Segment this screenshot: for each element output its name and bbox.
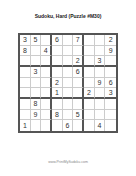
sudoku-cell-r1c3: [41, 35, 52, 46]
sudoku-cell-r7c3: [41, 99, 52, 110]
sudoku-cell-r2c9: 9: [105, 46, 116, 57]
sudoku-cell-r4c5: [63, 67, 74, 78]
sudoku-cell-r9c1: 1: [20, 120, 31, 131]
sudoku-cell-r7c7: [84, 99, 95, 110]
sudoku-cell-r2c8: [95, 46, 106, 57]
sudoku-cell-r1c1: 3: [20, 35, 31, 46]
sudoku-cell-r8c4: 8: [52, 110, 63, 121]
sudoku-board: 3567284923362961238985164: [18, 33, 118, 133]
sudoku-cell-r3c8: 3: [95, 56, 106, 67]
sudoku-cell-r5c8: 9: [95, 78, 106, 89]
sudoku-cell-r5c7: [84, 78, 95, 89]
sudoku-cell-r8c6: 5: [73, 110, 84, 121]
sudoku-cell-r4c6: 6: [73, 67, 84, 78]
sudoku-cell-r9c4: [52, 120, 63, 131]
sudoku-cell-r6c5: [63, 88, 74, 99]
sudoku-cell-r1c6: 7: [73, 35, 84, 46]
sudoku-cell-r4c8: [95, 67, 106, 78]
sudoku-cell-r6c3: [41, 88, 52, 99]
puzzle-title: Sudoku, Hard (Puzzle #M30): [0, 12, 136, 20]
sudoku-cell-r7c9: [105, 99, 116, 110]
sudoku-cell-r6c4: 1: [52, 88, 63, 99]
sudoku-cell-r4c7: [84, 67, 95, 78]
sudoku-cell-r2c3: 4: [41, 46, 52, 57]
sudoku-cell-r5c9: 6: [105, 78, 116, 89]
sudoku-cell-r8c3: [41, 110, 52, 121]
sudoku-cell-r2c4: [52, 46, 63, 57]
sudoku-cell-r6c8: [95, 88, 106, 99]
sudoku-cell-r1c9: 2: [105, 35, 116, 46]
sudoku-cell-r4c3: [41, 67, 52, 78]
sudoku-cell-r7c6: [73, 99, 84, 110]
sudoku-cell-r6c2: [31, 88, 42, 99]
sudoku-cell-r4c9: [105, 67, 116, 78]
sudoku-cell-r7c4: [52, 99, 63, 110]
sudoku-cell-r5c3: [41, 78, 52, 89]
sudoku-cell-r5c5: [63, 78, 74, 89]
sudoku-cell-r3c4: [52, 56, 63, 67]
sudoku-cell-r9c3: [41, 120, 52, 131]
sudoku-cell-r3c6: 2: [73, 56, 84, 67]
sudoku-cell-r7c8: [95, 99, 106, 110]
sudoku-cell-r6c6: [73, 88, 84, 99]
sudoku-cell-r9c5: 6: [63, 120, 74, 131]
sudoku-cell-r2c6: [73, 46, 84, 57]
sudoku-cell-r2c2: [31, 46, 42, 57]
sudoku-cell-r9c7: [84, 120, 95, 131]
sudoku-cell-r9c6: [73, 120, 84, 131]
sudoku-cell-r7c1: [20, 99, 31, 110]
sudoku-cell-r2c5: [63, 46, 74, 57]
sudoku-cell-r8c7: [84, 110, 95, 121]
sudoku-cell-r7c2: 8: [31, 99, 42, 110]
sudoku-cell-r5c2: [31, 78, 42, 89]
sudoku-cell-r5c6: [73, 78, 84, 89]
sudoku-cell-r3c1: [20, 56, 31, 67]
sudoku-cell-r6c7: 2: [84, 88, 95, 99]
sudoku-cell-r3c7: [84, 56, 95, 67]
sudoku-cell-r7c5: [63, 99, 74, 110]
sudoku-cell-r1c7: [84, 35, 95, 46]
sudoku-cell-r4c1: [20, 67, 31, 78]
sudoku-cell-r1c5: [63, 35, 74, 46]
page: Sudoku, Hard (Puzzle #M30) 3567284923362…: [0, 0, 136, 176]
sudoku-cell-r6c1: [20, 88, 31, 99]
sudoku-cell-r9c9: [105, 120, 116, 131]
sudoku-cell-r3c9: [105, 56, 116, 67]
sudoku-cell-r5c4: 2: [52, 78, 63, 89]
sudoku-cell-r8c5: [63, 110, 74, 121]
sudoku-cell-r2c1: 8: [20, 46, 31, 57]
footer-url: www.PrintMySudoku.com: [0, 160, 136, 165]
sudoku-cell-r1c2: 5: [31, 35, 42, 46]
sudoku-cell-r3c2: [31, 56, 42, 67]
sudoku-cell-r1c4: 6: [52, 35, 63, 46]
sudoku-cell-r2c7: [84, 46, 95, 57]
sudoku-cell-r6c9: 3: [105, 88, 116, 99]
sudoku-cell-r3c3: [41, 56, 52, 67]
sudoku-cell-r8c1: [20, 110, 31, 121]
sudoku-cell-r8c8: [95, 110, 106, 121]
sudoku-cell-r4c4: [52, 67, 63, 78]
sudoku-cell-r5c1: [20, 78, 31, 89]
sudoku-cell-r9c8: 4: [95, 120, 106, 131]
sudoku-cell-r3c5: [63, 56, 74, 67]
sudoku-cell-r4c2: 3: [31, 67, 42, 78]
sudoku-cell-r9c2: [31, 120, 42, 131]
sudoku-cell-r1c8: [95, 35, 106, 46]
sudoku-cell-r8c2: 9: [31, 110, 42, 121]
sudoku-cell-r8c9: [105, 110, 116, 121]
